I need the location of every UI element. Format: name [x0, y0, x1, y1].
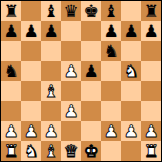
black-rook[interactable]: ♜	[143, 1, 158, 21]
square-e4[interactable]	[81, 81, 101, 101]
square-c8[interactable]: ♝	[41, 1, 61, 21]
square-e3[interactable]	[81, 101, 101, 121]
square-h5[interactable]	[141, 61, 161, 81]
square-g5[interactable]: ♞	[121, 61, 141, 81]
black-pawn[interactable]: ♟	[123, 21, 138, 41]
square-e8[interactable]: ♚	[81, 1, 101, 21]
square-e6[interactable]	[81, 41, 101, 61]
square-g1[interactable]	[121, 141, 141, 161]
black-pawn[interactable]: ♟	[83, 61, 98, 81]
white-bishop[interactable]: ♝	[43, 141, 58, 161]
black-bishop[interactable]: ♝	[43, 1, 58, 21]
black-king[interactable]: ♚	[83, 1, 98, 21]
square-f3[interactable]	[101, 101, 121, 121]
square-e7[interactable]	[81, 21, 101, 41]
black-rook[interactable]: ♜	[3, 1, 18, 21]
chess-board: ♜♝♛♚♝♜♟♟♟♟♟♟♞♞♟♟♞♝♟♟♟♟♟♟♟♜♞♝♛♚♜	[0, 0, 162, 162]
square-c7[interactable]: ♟	[41, 21, 61, 41]
square-a2[interactable]: ♟	[1, 121, 21, 141]
black-pawn[interactable]: ♟	[43, 21, 58, 41]
square-e2[interactable]	[81, 121, 101, 141]
square-c2[interactable]: ♟	[41, 121, 61, 141]
square-h7[interactable]: ♟	[141, 21, 161, 41]
black-knight[interactable]: ♞	[3, 61, 18, 81]
black-pawn[interactable]: ♟	[103, 21, 118, 41]
square-a7[interactable]: ♟	[1, 21, 21, 41]
white-pawn[interactable]: ♟	[43, 121, 58, 141]
white-king[interactable]: ♚	[83, 141, 98, 161]
square-f6[interactable]: ♞	[101, 41, 121, 61]
square-a3[interactable]	[1, 101, 21, 121]
square-a1[interactable]: ♜	[1, 141, 21, 161]
square-c6[interactable]	[41, 41, 61, 61]
square-b2[interactable]: ♟	[21, 121, 41, 141]
square-e5[interactable]: ♟	[81, 61, 101, 81]
square-h8[interactable]: ♜	[141, 1, 161, 21]
white-pawn[interactable]: ♟	[23, 121, 38, 141]
square-d8[interactable]: ♛	[61, 1, 81, 21]
square-f8[interactable]: ♝	[101, 1, 121, 21]
square-b1[interactable]: ♞	[21, 141, 41, 161]
square-a8[interactable]: ♜	[1, 1, 21, 21]
square-b3[interactable]	[21, 101, 41, 121]
square-d2[interactable]	[61, 121, 81, 141]
square-g8[interactable]	[121, 1, 141, 21]
square-d6[interactable]	[61, 41, 81, 61]
square-a4[interactable]	[1, 81, 21, 101]
square-b5[interactable]	[21, 61, 41, 81]
square-h6[interactable]	[141, 41, 161, 61]
white-pawn[interactable]: ♟	[103, 121, 118, 141]
square-f5[interactable]	[101, 61, 121, 81]
white-queen[interactable]: ♛	[63, 141, 78, 161]
square-h3[interactable]	[141, 101, 161, 121]
square-f2[interactable]: ♟	[101, 121, 121, 141]
white-knight[interactable]: ♞	[23, 141, 38, 161]
square-b7[interactable]: ♟	[21, 21, 41, 41]
square-d5[interactable]: ♟	[61, 61, 81, 81]
square-d3[interactable]: ♟	[61, 101, 81, 121]
square-d1[interactable]: ♛	[61, 141, 81, 161]
white-pawn[interactable]: ♟	[3, 121, 18, 141]
white-pawn[interactable]: ♟	[63, 61, 78, 81]
white-pawn[interactable]: ♟	[63, 101, 78, 121]
square-b8[interactable]	[21, 1, 41, 21]
square-g7[interactable]: ♟	[121, 21, 141, 41]
square-g4[interactable]	[121, 81, 141, 101]
square-c5[interactable]	[41, 61, 61, 81]
square-f7[interactable]: ♟	[101, 21, 121, 41]
square-b6[interactable]	[21, 41, 41, 61]
black-queen[interactable]: ♛	[63, 1, 78, 21]
white-rook[interactable]: ♜	[143, 141, 158, 161]
square-h1[interactable]: ♜	[141, 141, 161, 161]
white-pawn[interactable]: ♟	[143, 121, 158, 141]
black-pawn[interactable]: ♟	[143, 21, 158, 41]
black-pawn[interactable]: ♟	[3, 21, 18, 41]
white-bishop[interactable]: ♝	[43, 81, 58, 101]
black-pawn[interactable]: ♟	[23, 21, 38, 41]
square-e1[interactable]: ♚	[81, 141, 101, 161]
square-a6[interactable]	[1, 41, 21, 61]
square-c4[interactable]: ♝	[41, 81, 61, 101]
square-f4[interactable]	[101, 81, 121, 101]
square-d7[interactable]	[61, 21, 81, 41]
square-d4[interactable]	[61, 81, 81, 101]
square-g3[interactable]	[121, 101, 141, 121]
square-g2[interactable]: ♟	[121, 121, 141, 141]
square-c1[interactable]: ♝	[41, 141, 61, 161]
square-h4[interactable]	[141, 81, 161, 101]
square-h2[interactable]: ♟	[141, 121, 161, 141]
white-rook[interactable]: ♜	[3, 141, 18, 161]
square-b4[interactable]	[21, 81, 41, 101]
black-knight[interactable]: ♞	[103, 41, 118, 61]
square-c3[interactable]	[41, 101, 61, 121]
white-knight[interactable]: ♞	[123, 61, 138, 81]
white-pawn[interactable]: ♟	[123, 121, 138, 141]
square-g6[interactable]	[121, 41, 141, 61]
black-bishop[interactable]: ♝	[103, 1, 118, 21]
square-a5[interactable]: ♞	[1, 61, 21, 81]
square-f1[interactable]	[101, 141, 121, 161]
